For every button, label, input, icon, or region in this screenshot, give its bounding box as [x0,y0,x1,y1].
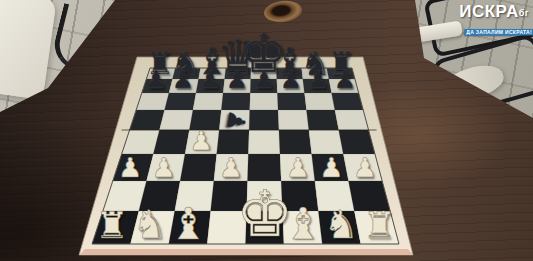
square-g2 [315,181,354,211]
square-e8 [251,68,277,79]
square-d1 [207,211,246,244]
square-h6 [332,93,364,110]
square-f6 [277,93,306,110]
square-g4 [309,130,343,154]
square-f1 [282,211,322,244]
square-c8 [199,68,226,79]
square-d7 [223,79,251,93]
square-b7 [169,79,199,93]
square-f8 [276,68,303,79]
watermark-tagline: ДА ЗАПАЛИМ ИСКРАТА! [464,29,533,35]
square-c2 [175,181,214,211]
photo-scene: ♜♞♝♛♚♝♞♜♟♟♟♟♟♟♟♟♟♟♟♟♟♟♟♜♞♝♚♝♞♜♟ ИСКРАбг … [0,0,533,261]
square-f2 [281,181,318,211]
square-b6 [165,93,196,110]
square-h7 [329,79,359,93]
board-frame-bottom-edge [79,249,413,255]
square-c1 [169,211,211,244]
square-f5 [278,110,309,130]
square-e6 [250,93,278,110]
square-b3 [146,154,185,181]
square-g1 [318,211,360,244]
square-d2 [211,181,248,211]
square-g3 [312,154,349,181]
square-d5 [219,110,249,130]
square-e2 [247,181,283,211]
square-a7 [142,79,173,93]
square-a8 [146,68,175,79]
square-g6 [304,93,334,110]
watermark-brand: ИСКРАбг [437,2,529,22]
square-e4 [248,130,280,154]
square-e5 [249,110,279,130]
watermark-logo: ИСКРАбг ДА ЗАПАЛИМ ИСКРАТА! [437,2,529,40]
square-e1 [246,211,284,244]
square-g8 [302,68,329,79]
square-c7 [196,79,225,93]
square-d8 [225,68,251,79]
square-g7 [303,79,332,93]
square-c5 [189,110,221,130]
square-f3 [280,154,315,181]
square-g5 [306,110,338,130]
square-c6 [193,93,223,110]
square-f7 [277,79,305,93]
square-d6 [221,93,250,110]
square-b4 [153,130,189,154]
square-h5 [335,110,369,130]
square-h8 [327,68,355,79]
watermark-brand-suffix: бг [519,8,529,18]
square-b5 [159,110,192,130]
square-b8 [172,68,200,79]
square-e7 [250,79,277,93]
square-f4 [279,130,312,154]
square-c4 [185,130,219,154]
square-c3 [180,154,217,181]
square-e3 [247,154,281,181]
square-d4 [217,130,249,154]
square-d3 [214,154,249,181]
